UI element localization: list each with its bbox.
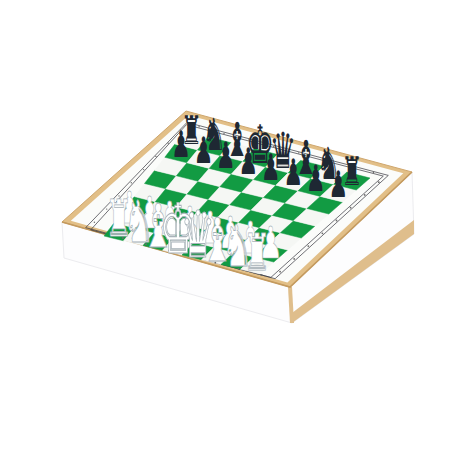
notation-mark	[94, 222, 95, 223]
piece-black-pawn-f7: ♟	[283, 151, 303, 193]
notation-mark	[322, 232, 324, 234]
notation-mark	[168, 143, 169, 144]
chess-set-scene: ♜♞♝♚♛♝♞♜♟♟♟♟♟♟♟♟♟♟♟♟♟♟♟♟♜♞♝♚♛♝♞♜	[0, 0, 450, 450]
piece-black-pawn-d7: ♟	[239, 140, 259, 182]
notation-mark	[293, 258, 295, 260]
piece-black-pawn-h7: ♟	[328, 163, 348, 205]
notation-mark	[373, 172, 374, 173]
piece-black-pawn-c7: ♟	[216, 134, 236, 176]
notation-mark	[364, 194, 366, 196]
piece-black-pawn-b7: ♟	[194, 129, 214, 171]
notation-mark	[307, 245, 309, 247]
piece-black-pawn-a7: ♟	[171, 123, 191, 165]
notation-mark	[99, 231, 101, 233]
notation-mark	[350, 207, 352, 209]
notation-mark	[143, 169, 144, 170]
piece-white-rook-h1: ♜	[243, 223, 270, 282]
notation-mark	[336, 220, 338, 222]
notation-mark	[155, 156, 156, 157]
notation-mark	[378, 181, 380, 183]
piece-black-pawn-e7: ♟	[261, 146, 281, 188]
chess-set-product-photo: ♜♞♝♚♛♝♞♜♟♟♟♟♟♟♟♟♟♟♟♟♟♟♟♟♜♞♝♚♛♝♞♜	[0, 0, 450, 450]
notation-mark	[279, 271, 281, 273]
piece-black-pawn-g7: ♟	[306, 157, 326, 199]
